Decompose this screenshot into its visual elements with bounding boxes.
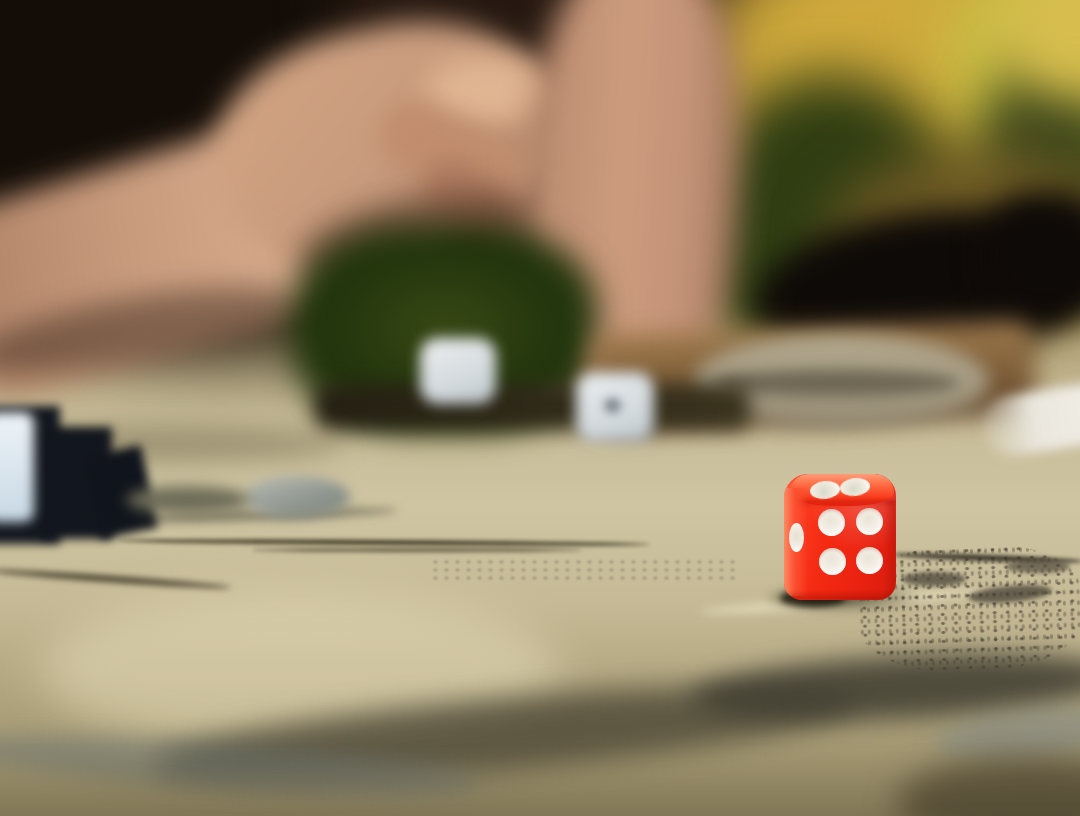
red-die-edge-seam <box>796 500 894 508</box>
table-dark-fleck <box>1006 560 1070 573</box>
side-face-pip <box>789 523 804 552</box>
white-die-left-blur <box>420 338 496 404</box>
table-scratch <box>118 538 650 547</box>
table-scratch <box>0 567 232 590</box>
white-die-pip-blur <box>604 398 621 413</box>
front-face-pip <box>856 508 883 535</box>
red-die <box>784 474 896 600</box>
white-pieces-blur <box>0 412 34 522</box>
front-face-pip <box>818 509 845 536</box>
red-die-right-shade <box>884 500 896 598</box>
table-dark-fleck <box>902 572 966 586</box>
front-face-pip <box>819 548 846 575</box>
gray-roll-rim-blur <box>714 370 959 396</box>
table-speckle-band <box>430 558 740 584</box>
front-face-pip <box>856 547 883 574</box>
coin-shadow-blur <box>126 486 250 514</box>
red-die-bottom-rim <box>788 590 892 600</box>
table-scratch <box>252 548 582 552</box>
photo-scene <box>0 0 1080 816</box>
sunglasses-lobe-blur <box>985 192 1080 317</box>
table-edge-shadow-strip <box>315 384 750 430</box>
red-die-body <box>784 474 896 600</box>
coin-blur <box>244 476 350 518</box>
